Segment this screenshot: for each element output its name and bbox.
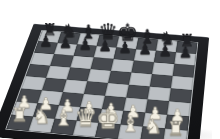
black-pawn: ♟ [171,45,200,60]
square-d5 [87,69,111,83]
scene: ♜♞♝♛♚♝♞♜♟♟♟♟♟♟♟♟♟♟♟♟♟♟♟♟♜♞♝♛♚♝♞♜ [0,0,220,139]
square-f5 [129,72,152,86]
square-h6 [173,64,195,78]
product-photo: ♜♞♝♛♚♝♞♜♟♟♟♟♟♟♟♟♟♟♟♟♟♟♟♟♜♞♝♛♚♝♞♜ [0,0,220,139]
square-h7: ♟ [174,52,196,65]
chess-board-frame: ♜♞♝♛♚♝♞♜♟♟♟♟♟♟♟♟♟♟♟♟♟♟♟♟♜♞♝♛♚♝♞♜ [0,24,209,139]
square-f6 [131,61,154,75]
chess-board: ♜♞♝♛♚♝♞♜♟♟♟♟♟♟♟♟♟♟♟♟♟♟♟♟♜♞♝♛♚♝♞♜ [5,30,198,139]
square-g4 [148,87,171,102]
square-e4 [105,83,129,98]
square-h1: ♜ [163,129,187,139]
square-h4 [169,88,192,103]
square-e6 [111,59,134,72]
square-e5 [108,71,131,85]
white-rook: ♜ [159,119,192,139]
square-g6 [152,62,174,76]
